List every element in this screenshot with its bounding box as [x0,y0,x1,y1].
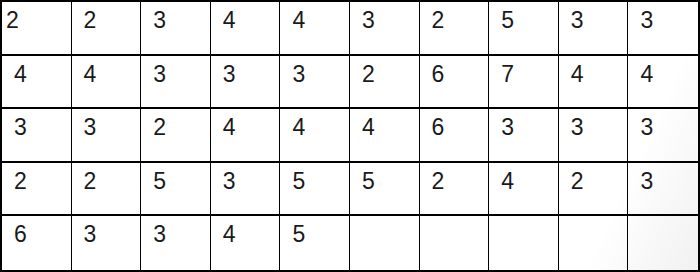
grid-cell-r1c5[interactable]: 4 [280,2,350,56]
grid-cell-r3c2[interactable]: 3 [72,109,142,163]
grid-cell-r1c6[interactable]: 3 [350,2,420,56]
grid-cell-r3c4[interactable]: 4 [211,109,281,163]
grid-cell-r1c4[interactable]: 4 [211,2,281,56]
grid-cell-r5c3[interactable]: 3 [141,216,211,270]
grid-cell-r2c2[interactable]: 4 [72,56,142,110]
grid-cell-r2c7[interactable]: 6 [420,56,490,110]
grid-cell-r3c8[interactable]: 3 [489,109,559,163]
grid-cell-r5c8[interactable] [489,216,559,270]
grid-cell-r2c6[interactable]: 2 [350,56,420,110]
grid-cell-r4c2[interactable]: 2 [72,163,142,217]
grid-cell-r4c6[interactable]: 5 [350,163,420,217]
grid-cell-r5c6[interactable] [350,216,420,270]
grid-cell-r3c6[interactable]: 4 [350,109,420,163]
grid-cell-r3c7[interactable]: 6 [420,109,490,163]
grid-cell-r2c9[interactable]: 4 [559,56,629,110]
grid-cell-r5c10[interactable] [628,216,698,270]
grid-cell-r4c7[interactable]: 2 [420,163,490,217]
grid-cell-r3c9[interactable]: 3 [559,109,629,163]
grid-cell-r5c1[interactable]: 6 [2,216,72,270]
grid-cell-r4c8[interactable]: 4 [489,163,559,217]
grid-cell-r1c7[interactable]: 2 [420,2,490,56]
grid-cell-r1c3[interactable]: 3 [141,2,211,56]
grid-cell-r5c5[interactable]: 5 [280,216,350,270]
grid-cell-r4c4[interactable]: 3 [211,163,281,217]
grid-cell-r5c4[interactable]: 4 [211,216,281,270]
grid-cell-r2c1[interactable]: 4 [2,56,72,110]
grid-cell-r3c10[interactable]: 3 [628,109,698,163]
grid-cell-r4c1[interactable]: 2 [2,163,72,217]
grid-cell-r1c8[interactable]: 5 [489,2,559,56]
grid-cell-r3c3[interactable]: 2 [141,109,211,163]
grid-cell-r5c2[interactable]: 3 [72,216,142,270]
grid-cell-r2c4[interactable]: 3 [211,56,281,110]
grid-cell-r3c5[interactable]: 4 [280,109,350,163]
grid-cell-r1c1[interactable]: 2 [2,2,72,56]
grid-cell-r1c9[interactable]: 3 [559,2,629,56]
grid-cell-r5c7[interactable] [420,216,490,270]
grid-cell-r3c1[interactable]: 3 [2,109,72,163]
grid-cell-r2c8[interactable]: 7 [489,56,559,110]
grid-cell-r2c3[interactable]: 3 [141,56,211,110]
number-grid: 2234432533443332674433244463332253552423… [0,0,700,272]
grid-cell-r4c9[interactable]: 2 [559,163,629,217]
grid-cell-r4c3[interactable]: 5 [141,163,211,217]
grid-cell-r4c10[interactable]: 3 [628,163,698,217]
grid-cell-r5c9[interactable] [559,216,629,270]
grid-cell-r4c5[interactable]: 5 [280,163,350,217]
board-wrap: 2234432533443332674433244463332253552423… [0,0,700,272]
grid-cell-r1c2[interactable]: 2 [72,2,142,56]
grid-cell-r2c10[interactable]: 4 [628,56,698,110]
grid-cell-r2c5[interactable]: 3 [280,56,350,110]
grid-cell-r1c10[interactable]: 3 [628,2,698,56]
